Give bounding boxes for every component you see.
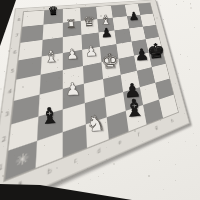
grain-speck: [63, 98, 65, 100]
grain-speck: [12, 134, 13, 135]
grain-speck: [5, 31, 6, 32]
grain-speck: [87, 168, 88, 169]
grain-speck: [185, 141, 186, 142]
grain-speck: [43, 7, 45, 9]
grain-speck: [151, 122, 152, 123]
grain-speck: [190, 4, 191, 5]
grain-speck: [76, 3, 77, 4]
grain-speck: [168, 142, 169, 143]
grain-speck: [144, 56, 145, 57]
grain-speck: [57, 59, 59, 61]
grain-speck: [196, 145, 197, 146]
photo-background: ✳ abcdefgh87654321 ♛♟♟♚♟♝♟♝♜♛♝♝♟♟♚♟♞: [0, 0, 200, 200]
grain-speck: [90, 179, 91, 180]
grain-speck: [160, 5, 161, 6]
grain-speck: [175, 180, 176, 181]
grain-speck: [175, 164, 176, 165]
grain-speck: [105, 19, 106, 20]
grain-speck: [2, 175, 4, 177]
grain-speck: [176, 4, 177, 5]
grain-speck: [98, 176, 99, 177]
grain-speck: [163, 19, 164, 20]
grain-speck: [144, 114, 146, 116]
grain-speck: [26, 145, 27, 146]
grain-speck: [53, 59, 54, 60]
grain-speck: [145, 89, 146, 90]
grain-speck: [73, 75, 74, 76]
grain-speck: [190, 3, 191, 4]
grain-speck: [183, 1, 184, 2]
grain-speck: [183, 90, 184, 91]
grain-speck: [180, 54, 181, 55]
grain-speck: [66, 8, 67, 9]
grain-speck: [72, 176, 73, 177]
grain-speck: [102, 163, 103, 164]
grain-speck: [64, 73, 65, 74]
grain-speck: [113, 163, 115, 165]
grain-speck: [106, 159, 107, 160]
grain-speck: [194, 27, 195, 28]
grain-speck: [189, 69, 190, 70]
grain-speck: [159, 160, 160, 161]
grain-speck: [22, 86, 24, 88]
grain-speck: [134, 130, 136, 132]
grain-speck: [135, 25, 136, 26]
grain-speck: [163, 189, 164, 190]
grain-speck: [105, 122, 106, 123]
grain-speck: [103, 173, 104, 174]
grain-speck: [193, 133, 194, 134]
grain-speck: [122, 43, 123, 44]
grain-speck: [27, 16, 28, 17]
grain-speck: [8, 50, 10, 52]
grain-speck: [178, 73, 179, 74]
grain-speck: [190, 7, 192, 9]
grain-speck: [12, 177, 13, 178]
grain-speck: [148, 175, 150, 177]
grain-speck: [27, 37, 28, 38]
grain-speck: [78, 183, 79, 184]
grain-speck: [61, 183, 62, 184]
grain-speck: [0, 88, 2, 90]
chess-board: ✳ abcdefgh87654321: [5, 3, 178, 180]
grain-speck: [187, 56, 188, 57]
grain-speck: [75, 67, 76, 68]
grain-speck: [58, 77, 60, 79]
grain-speck: [61, 179, 63, 181]
